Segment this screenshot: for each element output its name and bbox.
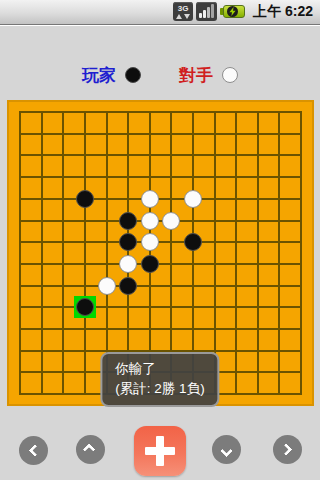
black-stone [184,233,202,251]
opponent-label: 對手 [179,64,213,87]
white-stone [141,212,159,230]
grid-line-vertical [257,111,259,395]
grid-line-horizontal [19,306,302,308]
chevron-down-icon [220,445,233,458]
white-stone [98,277,116,295]
grid-line-vertical [300,111,302,395]
toast-result-text: 你輸了 [115,359,204,379]
move-up-button[interactable] [76,435,105,464]
white-stone [141,233,159,251]
grid-line-horizontal [19,285,302,287]
statusbar-divider [0,25,320,26]
result-toast: 你輸了 (累計: 2勝 1負) [100,352,219,407]
grid-line-horizontal [19,154,302,156]
grid-line-horizontal [19,328,302,330]
players-header: 玩家 對手 [0,63,320,87]
chevron-left-icon [29,444,42,457]
black-stone [119,212,137,230]
player-label: 玩家 [82,64,116,87]
black-stone [141,255,159,273]
black-stone [119,277,137,295]
black-stone [76,190,94,208]
signal-strength-icon [196,2,217,21]
white-stone [119,255,137,273]
move-left-button[interactable] [19,436,48,465]
move-down-button[interactable] [212,435,241,464]
grid-line-vertical [278,111,280,395]
move-right-button[interactable] [273,435,302,464]
clock: 上午 6:22 [253,3,313,21]
charging-bolt-icon [227,6,238,17]
battery-charging-icon [220,4,245,19]
grid-line-horizontal [19,241,302,243]
player-stone-icon [125,67,141,83]
upload-arrow-icon [176,14,182,19]
grid-line-horizontal [19,176,302,178]
grid-line-vertical [235,111,237,395]
signal-bar [207,7,210,18]
app-screen: 3G 上午 6:22 玩家 對手 你輸了 (累計: [0,0,320,480]
signal-bar [199,13,202,18]
grid-line-horizontal [19,220,302,222]
network-3g-icon: 3G [173,2,193,21]
opponent-stone-icon [222,67,238,83]
network-3g-label: 3G [178,4,189,13]
black-stone [76,298,94,316]
place-stone-button[interactable] [134,426,186,476]
chevron-right-icon [280,443,293,456]
white-stone [184,190,202,208]
signal-bar [203,10,206,18]
download-arrow-icon [184,14,190,19]
status-bar: 3G 上午 6:22 [0,0,320,25]
grid-line-horizontal [19,198,302,200]
white-stone [162,212,180,230]
signal-bar [211,4,214,18]
grid-line-horizontal [19,263,302,265]
white-stone [141,190,159,208]
black-stone [119,233,137,251]
toast-score-text: (累計: 2勝 1負) [115,379,204,399]
grid-line-vertical [84,111,86,395]
chevron-up-icon [83,443,96,456]
